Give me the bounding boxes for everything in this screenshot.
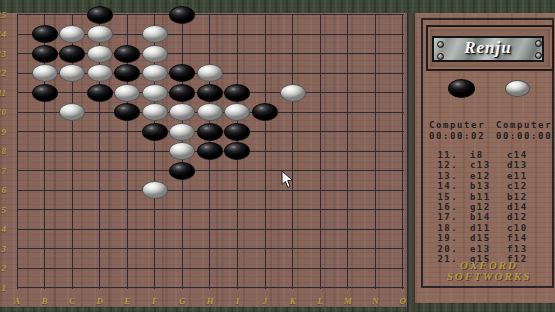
stone-white bbox=[169, 142, 195, 160]
stone-black bbox=[32, 25, 58, 43]
stone-black bbox=[87, 6, 113, 24]
board-panel-divider bbox=[407, 13, 415, 312]
white-player-stone-indicator[interactable] bbox=[505, 80, 530, 97]
move-row: 19.d15f14 bbox=[415, 233, 555, 243]
col-label: A bbox=[8, 296, 26, 306]
move-black: b11 bbox=[470, 192, 490, 202]
title-plaque: Renju bbox=[426, 25, 554, 71]
black-player-stone-indicator[interactable] bbox=[448, 79, 475, 98]
move-white: f14 bbox=[507, 233, 527, 243]
row-label: 6 bbox=[0, 185, 6, 195]
move-row: 17.b14d12 bbox=[415, 212, 555, 222]
grid-line bbox=[17, 268, 404, 269]
renju-app-window: 15A14B13C12D11E10F9G8H7I6J5K4L3M2N1O Ren… bbox=[0, 0, 555, 312]
stone-white bbox=[87, 45, 113, 63]
stone-white bbox=[197, 103, 223, 121]
game-title: Renju bbox=[434, 38, 542, 60]
move-number: 15. bbox=[436, 192, 458, 202]
move-white: b12 bbox=[507, 192, 527, 202]
stone-white bbox=[224, 103, 250, 121]
move-white: d14 bbox=[507, 202, 527, 212]
stone-white bbox=[142, 45, 168, 63]
stone-black bbox=[59, 45, 85, 63]
stone-black bbox=[224, 84, 250, 102]
row-label: 13 bbox=[0, 49, 6, 59]
col-label: D bbox=[91, 296, 109, 306]
stone-black bbox=[114, 64, 140, 82]
stone-black bbox=[169, 84, 195, 102]
grid-line bbox=[17, 248, 404, 249]
stone-black bbox=[142, 123, 168, 141]
move-white: c10 bbox=[507, 223, 527, 233]
col-label: H bbox=[201, 296, 219, 306]
move-number: 14. bbox=[436, 181, 458, 191]
col-label: L bbox=[311, 296, 329, 306]
move-row: 13.e12e11 bbox=[415, 171, 555, 181]
grid-line bbox=[17, 209, 404, 210]
col-label: N bbox=[366, 296, 384, 306]
move-black: d15 bbox=[470, 233, 490, 243]
row-label: 11 bbox=[0, 88, 6, 98]
col-label: B bbox=[36, 296, 54, 306]
stone-white bbox=[169, 123, 195, 141]
stone-black bbox=[169, 64, 195, 82]
stone-white bbox=[142, 64, 168, 82]
move-row: 16.g12d14 bbox=[415, 202, 555, 212]
move-number: 19. bbox=[436, 233, 458, 243]
col-label: F bbox=[146, 296, 164, 306]
white-player-clock: 00:00:00 bbox=[496, 131, 552, 141]
row-label: 7 bbox=[0, 166, 6, 176]
stone-black bbox=[197, 84, 223, 102]
stone-black bbox=[32, 45, 58, 63]
move-number: 12. bbox=[436, 160, 458, 170]
row-label: 15 bbox=[0, 10, 6, 20]
move-white: c14 bbox=[507, 150, 527, 160]
row-label: 1 bbox=[0, 283, 6, 293]
row-label: 8 bbox=[0, 146, 6, 156]
move-black: i8 bbox=[470, 150, 484, 160]
col-label: J bbox=[256, 296, 274, 306]
stone-black bbox=[224, 123, 250, 141]
move-number: 18. bbox=[436, 223, 458, 233]
move-white: f13 bbox=[507, 244, 527, 254]
grid-line bbox=[17, 170, 404, 171]
brand-line-2: SOFTWORKS bbox=[419, 270, 555, 282]
black-player-name: Computer bbox=[429, 120, 485, 130]
move-black: c13 bbox=[470, 160, 490, 170]
plaque-marble: Renju bbox=[432, 36, 544, 62]
stone-black bbox=[114, 45, 140, 63]
stone-white bbox=[59, 25, 85, 43]
stone-white bbox=[169, 103, 195, 121]
stone-white bbox=[280, 84, 306, 102]
col-label: E bbox=[118, 296, 136, 306]
move-row: 18.d11c10 bbox=[415, 223, 555, 233]
move-number: 11. bbox=[436, 150, 458, 160]
col-label: C bbox=[63, 296, 81, 306]
move-white: d13 bbox=[507, 160, 527, 170]
stone-black bbox=[169, 6, 195, 24]
move-row: 20.e13f13 bbox=[415, 244, 555, 254]
stone-white bbox=[59, 64, 85, 82]
move-black: b13 bbox=[470, 181, 490, 191]
mouse-cursor bbox=[281, 170, 294, 189]
move-list: 11.i8c1412.c13d1313.e12e1114.b13c1215.b1… bbox=[415, 150, 555, 264]
grid-line bbox=[402, 15, 403, 289]
move-number: 17. bbox=[436, 212, 458, 222]
stone-white bbox=[32, 64, 58, 82]
stone-black bbox=[87, 84, 113, 102]
move-white: e11 bbox=[507, 171, 527, 181]
stone-black bbox=[197, 142, 223, 160]
col-label: G bbox=[173, 296, 191, 306]
move-row: 15.b11b12 bbox=[415, 192, 555, 202]
move-black: g12 bbox=[470, 202, 490, 212]
stone-white bbox=[197, 64, 223, 82]
move-row: 14.b13c12 bbox=[415, 181, 555, 191]
row-label: 2 bbox=[0, 263, 6, 273]
move-black: d11 bbox=[470, 223, 490, 233]
move-black: e12 bbox=[470, 171, 490, 181]
move-row: 12.c13d13 bbox=[415, 160, 555, 170]
side-panel: Renju Computer Computer 00:00:02 00:00:0… bbox=[415, 13, 555, 303]
move-black: b14 bbox=[470, 212, 490, 222]
move-white: c12 bbox=[507, 181, 527, 191]
row-label: 4 bbox=[0, 224, 6, 234]
stone-black bbox=[252, 103, 278, 121]
move-number: 20. bbox=[436, 244, 458, 254]
black-player-clock: 00:00:02 bbox=[429, 131, 485, 141]
stone-white bbox=[114, 84, 140, 102]
stone-black bbox=[114, 103, 140, 121]
row-label: 9 bbox=[0, 127, 6, 137]
stone-white bbox=[142, 84, 168, 102]
move-number: 16. bbox=[436, 202, 458, 212]
grid-line bbox=[17, 190, 404, 191]
stone-black bbox=[32, 84, 58, 102]
stone-white bbox=[87, 25, 113, 43]
grid-line bbox=[375, 15, 376, 289]
grid-line bbox=[17, 229, 404, 230]
col-label: K bbox=[284, 296, 302, 306]
move-black: e13 bbox=[470, 244, 490, 254]
stone-white bbox=[142, 103, 168, 121]
row-label: 3 bbox=[0, 244, 6, 254]
move-number: 13. bbox=[436, 171, 458, 181]
row-label: 14 bbox=[0, 29, 6, 39]
stone-white bbox=[59, 103, 85, 121]
stone-black bbox=[224, 142, 250, 160]
col-label: I bbox=[228, 296, 246, 306]
grid-line bbox=[17, 287, 404, 288]
stone-black bbox=[197, 123, 223, 141]
grid-line bbox=[17, 14, 404, 15]
row-label: 12 bbox=[0, 68, 6, 78]
row-label: 10 bbox=[0, 107, 6, 117]
stone-black bbox=[169, 162, 195, 180]
col-label: M bbox=[339, 296, 357, 306]
stone-white bbox=[142, 25, 168, 43]
stone-white bbox=[142, 181, 168, 199]
move-row: 11.i8c14 bbox=[415, 150, 555, 160]
row-label: 5 bbox=[0, 205, 6, 215]
move-white: d12 bbox=[507, 212, 527, 222]
white-player-name: Computer bbox=[496, 120, 552, 130]
stone-white bbox=[87, 64, 113, 82]
